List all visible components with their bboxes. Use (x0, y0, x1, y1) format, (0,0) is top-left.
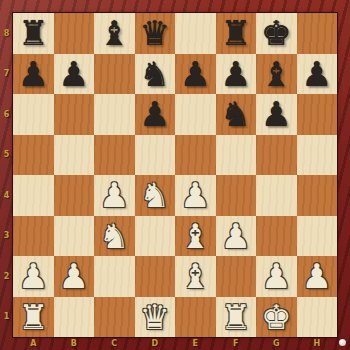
square-g7[interactable]: ♝ (256, 54, 297, 95)
piece-white-pawn[interactable]: ♟ (221, 216, 251, 256)
square-f1[interactable]: ♜ (216, 297, 257, 338)
square-g4[interactable] (256, 175, 297, 216)
square-g6[interactable]: ♟ (256, 94, 297, 135)
rank-label-5: 5 (0, 135, 13, 176)
piece-black-pawn[interactable]: ♟ (221, 54, 251, 94)
square-g2[interactable]: ♟ (256, 256, 297, 297)
square-f5[interactable] (216, 135, 257, 176)
square-g8[interactable]: ♚ (256, 13, 297, 54)
piece-black-bishop[interactable]: ♝ (99, 13, 129, 53)
square-c4[interactable]: ♟ (94, 175, 135, 216)
square-c2[interactable] (94, 256, 135, 297)
piece-white-rook[interactable]: ♜ (18, 297, 48, 337)
square-d4[interactable]: ♞ (135, 175, 176, 216)
square-a7[interactable]: ♟ (13, 54, 54, 95)
square-d6[interactable]: ♟ (135, 94, 176, 135)
square-a4[interactable] (13, 175, 54, 216)
piece-white-pawn[interactable]: ♟ (59, 256, 89, 296)
square-d3[interactable] (135, 216, 176, 257)
piece-white-pawn[interactable]: ♟ (18, 256, 48, 296)
file-label-h: H (297, 337, 338, 350)
square-a3[interactable] (13, 216, 54, 257)
piece-black-knight[interactable]: ♞ (140, 54, 170, 94)
piece-black-king[interactable]: ♚ (261, 13, 291, 53)
board: ♜♝♛♜♚♟♟♞♟♟♝♟♟♞♟♟♞♟♞♝♟♟♟♝♟♟♜♛♜♚ (13, 13, 337, 337)
piece-white-pawn[interactable]: ♟ (99, 175, 129, 215)
piece-white-queen[interactable]: ♛ (140, 297, 170, 337)
square-a8[interactable]: ♜ (13, 13, 54, 54)
file-label-f: F (216, 337, 257, 350)
piece-black-knight[interactable]: ♞ (221, 94, 251, 134)
piece-black-bishop[interactable]: ♝ (261, 54, 291, 94)
piece-white-king[interactable]: ♚ (261, 297, 291, 337)
piece-white-pawn[interactable]: ♟ (180, 175, 210, 215)
piece-white-bishop[interactable]: ♝ (180, 256, 210, 296)
piece-white-bishop[interactable]: ♝ (180, 216, 210, 256)
rank-label-2: 2 (0, 256, 13, 297)
square-f6[interactable]: ♞ (216, 94, 257, 135)
square-d8[interactable]: ♛ (135, 13, 176, 54)
square-b7[interactable]: ♟ (54, 54, 95, 95)
piece-black-queen[interactable]: ♛ (140, 13, 170, 53)
rank-labels: 87654321 (0, 13, 13, 337)
square-h1[interactable] (297, 297, 338, 338)
piece-black-pawn[interactable]: ♟ (180, 54, 210, 94)
square-g1[interactable]: ♚ (256, 297, 297, 338)
square-b8[interactable] (54, 13, 95, 54)
square-e3[interactable]: ♝ (175, 216, 216, 257)
rank-label-4: 4 (0, 175, 13, 216)
square-c6[interactable] (94, 94, 135, 135)
rank-label-6: 6 (0, 94, 13, 135)
file-label-e: E (175, 337, 216, 350)
rank-label-1: 1 (0, 297, 13, 338)
square-e4[interactable]: ♟ (175, 175, 216, 216)
piece-white-rook[interactable]: ♜ (221, 297, 251, 337)
square-f8[interactable]: ♜ (216, 13, 257, 54)
square-h6[interactable] (297, 94, 338, 135)
square-h7[interactable]: ♟ (297, 54, 338, 95)
square-c5[interactable] (94, 135, 135, 176)
square-e8[interactable] (175, 13, 216, 54)
square-c8[interactable]: ♝ (94, 13, 135, 54)
piece-black-pawn[interactable]: ♟ (18, 54, 48, 94)
square-h8[interactable] (297, 13, 338, 54)
file-label-d: D (135, 337, 176, 350)
square-h2[interactable]: ♟ (297, 256, 338, 297)
square-c1[interactable] (94, 297, 135, 338)
square-b4[interactable] (54, 175, 95, 216)
piece-black-pawn[interactable]: ♟ (302, 54, 332, 94)
piece-white-knight[interactable]: ♞ (140, 175, 170, 215)
square-f2[interactable] (216, 256, 257, 297)
square-h4[interactable] (297, 175, 338, 216)
square-e1[interactable] (175, 297, 216, 338)
square-e5[interactable] (175, 135, 216, 176)
square-b6[interactable] (54, 94, 95, 135)
square-b2[interactable]: ♟ (54, 256, 95, 297)
square-c3[interactable]: ♞ (94, 216, 135, 257)
piece-white-pawn[interactable]: ♟ (261, 256, 291, 296)
square-g5[interactable] (256, 135, 297, 176)
piece-black-rook[interactable]: ♜ (221, 13, 251, 53)
rank-label-7: 7 (0, 54, 13, 95)
square-b3[interactable] (54, 216, 95, 257)
square-f7[interactable]: ♟ (216, 54, 257, 95)
square-f4[interactable] (216, 175, 257, 216)
square-b1[interactable] (54, 297, 95, 338)
piece-black-rook[interactable]: ♜ (18, 13, 48, 53)
square-a2[interactable]: ♟ (13, 256, 54, 297)
file-labels: ABCDEFGH (13, 337, 337, 350)
square-d2[interactable] (135, 256, 176, 297)
square-a6[interactable] (13, 94, 54, 135)
file-label-c: C (94, 337, 135, 350)
piece-white-knight[interactable]: ♞ (99, 216, 129, 256)
square-a1[interactable]: ♜ (13, 297, 54, 338)
square-a5[interactable] (13, 135, 54, 176)
file-label-a: A (13, 337, 54, 350)
square-d1[interactable]: ♛ (135, 297, 176, 338)
rank-label-3: 3 (0, 216, 13, 257)
square-f3[interactable]: ♟ (216, 216, 257, 257)
square-d5[interactable] (135, 135, 176, 176)
piece-black-pawn[interactable]: ♟ (140, 94, 170, 134)
file-label-b: B (54, 337, 95, 350)
square-c7[interactable] (94, 54, 135, 95)
rank-label-8: 8 (0, 13, 13, 54)
side-to-move-indicator (339, 339, 346, 346)
square-h3[interactable] (297, 216, 338, 257)
piece-white-pawn[interactable]: ♟ (302, 256, 332, 296)
square-b5[interactable] (54, 135, 95, 176)
square-e6[interactable] (175, 94, 216, 135)
square-h5[interactable] (297, 135, 338, 176)
square-d7[interactable]: ♞ (135, 54, 176, 95)
square-g3[interactable] (256, 216, 297, 257)
piece-black-pawn[interactable]: ♟ (59, 54, 89, 94)
square-e7[interactable]: ♟ (175, 54, 216, 95)
piece-black-pawn[interactable]: ♟ (261, 94, 291, 134)
square-e2[interactable]: ♝ (175, 256, 216, 297)
chess-board-frame: ♜♝♛♜♚♟♟♞♟♟♝♟♟♞♟♟♞♟♞♝♟♟♟♝♟♟♜♛♜♚ 87654321 … (0, 0, 350, 350)
file-label-g: G (256, 337, 297, 350)
